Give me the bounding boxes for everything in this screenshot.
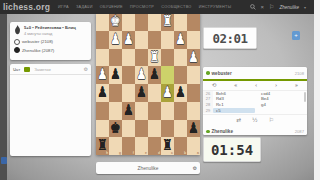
move-black[interactable]: Be4 xyxy=(258,96,303,101)
username-menu[interactable]: Zhenulike xyxy=(279,5,299,10)
square-e5[interactable]: ♟ xyxy=(135,84,148,102)
move-row: 29c5 xyxy=(203,107,307,113)
white-player-row[interactable]: webuster (2108) xyxy=(14,39,91,45)
square-c1[interactable]: ♜ xyxy=(161,13,174,31)
square-d4[interactable]: ♟ xyxy=(148,66,161,84)
lichess-logo[interactable]: lichess.org xyxy=(3,2,50,12)
tab-notes[interactable]: Заметки xyxy=(34,67,50,72)
move-row: 28Rc1g4 xyxy=(203,102,307,108)
square-c6[interactable] xyxy=(161,102,174,120)
player-name: Zhenulike xyxy=(212,129,233,134)
coord-file-a: a xyxy=(197,151,199,155)
blitz-flame-icon xyxy=(14,25,21,35)
search-icon[interactable] xyxy=(250,4,256,10)
prev-move-icon[interactable]: ‹ xyxy=(255,81,257,90)
blue-app-icon[interactable] xyxy=(1,157,7,164)
player-clock: 01:54 xyxy=(203,137,261,162)
square-a3[interactable]: ♟ xyxy=(187,49,200,67)
coord-file-f: f xyxy=(133,151,134,155)
online-dot-icon xyxy=(206,130,210,134)
chess-board[interactable]: ♚♜♟♟♟♜♟♟♟♟♟♟♟♟♟♟♚♟♜hgfed♜cba xyxy=(96,13,200,155)
square-g8[interactable]: g xyxy=(109,137,122,155)
square-f3[interactable] xyxy=(122,49,135,67)
square-d6[interactable] xyxy=(148,102,161,120)
left-rail xyxy=(0,14,7,180)
board-menu-icon[interactable]: ⚙ xyxy=(193,165,197,171)
last-move-icon[interactable]: » xyxy=(295,81,298,90)
move-white[interactable]: c5 xyxy=(213,108,255,113)
square-b6[interactable] xyxy=(174,102,187,120)
nav-item-инструменты[interactable]: ИНСТРУМЕНТЫ xyxy=(199,5,232,9)
board-player-name: Zhenulike xyxy=(138,166,159,171)
move-black[interactable]: g4 xyxy=(258,102,303,107)
lichess-page: lichess.org ИГРАЗАДАЧИОБУЧЕНИЕПРОСМОТРСО… xyxy=(0,0,320,180)
white-color-icon xyxy=(14,39,20,45)
takeback-icon[interactable]: ⇄ xyxy=(236,117,241,123)
square-e6[interactable] xyxy=(135,102,148,120)
move-black[interactable]: cxd4 xyxy=(258,91,303,96)
chat-toggle[interactable] xyxy=(24,67,30,72)
game-panel: webuster 2108 ⟲«‹›» 26Bxh6cxd427Rd3Be428… xyxy=(203,67,307,135)
square-e8[interactable]: e xyxy=(135,137,148,155)
move-white[interactable]: Bxh6 xyxy=(213,91,258,96)
square-e1[interactable] xyxy=(135,13,148,31)
gear-icon[interactable]: ⚙ xyxy=(84,66,88,72)
opponent-name: webuster xyxy=(212,71,232,76)
square-g4[interactable]: ♟ xyxy=(109,66,122,84)
main-nav: ИГРАЗАДАЧИОБУЧЕНИЕПРОСМОТРСООБЩЕСТВОИНСТ… xyxy=(58,5,231,9)
square-a1[interactable] xyxy=(187,13,200,31)
next-move-icon[interactable]: › xyxy=(275,81,277,90)
page-right-strip xyxy=(314,0,320,180)
coord-file-e: e xyxy=(145,151,147,155)
tab-chat[interactable]: Чат xyxy=(13,67,20,72)
board-player-bar: Zhenulike ⚙ xyxy=(96,162,200,174)
flag-icon[interactable]: ⚐ xyxy=(269,0,274,14)
square-h1[interactable] xyxy=(96,13,109,31)
give-more-time-icon[interactable]: + xyxy=(292,31,300,40)
square-f2[interactable]: ♟ xyxy=(122,31,135,49)
square-a4[interactable] xyxy=(187,66,200,84)
nav-item-сообщество[interactable]: СООБЩЕСТВО xyxy=(161,5,191,9)
square-c8[interactable]: ♜c xyxy=(161,137,174,155)
move-white[interactable]: Rc1 xyxy=(213,102,258,107)
nav-item-просмотр[interactable]: ПРОСМОТР xyxy=(130,5,154,9)
coord-file-h: h xyxy=(106,151,108,155)
square-e2[interactable] xyxy=(135,31,148,49)
chat-card: Чат Заметки ⚙ xyxy=(10,64,91,156)
square-h5[interactable]: ♟ xyxy=(96,84,109,102)
square-h2[interactable] xyxy=(96,31,109,49)
square-b8[interactable]: b xyxy=(174,137,187,155)
square-b2[interactable]: ♟ xyxy=(174,31,187,49)
opponent-rating: 2108 xyxy=(295,71,304,76)
opponent-clock: 02:01 xyxy=(203,27,257,49)
challenge-icon[interactable]: × xyxy=(261,0,265,14)
nav-item-обучение[interactable]: ОБУЧЕНИЕ xyxy=(100,5,123,9)
player-bar[interactable]: Zhenulike 2087 xyxy=(203,126,307,136)
square-d1[interactable] xyxy=(148,13,161,31)
nav-item-задачи[interactable]: ЗАДАЧИ xyxy=(76,5,93,9)
square-e7[interactable] xyxy=(135,120,148,138)
square-f7[interactable] xyxy=(122,120,135,138)
square-f4[interactable] xyxy=(122,66,135,84)
move-row: 26Bxh6cxd4 xyxy=(203,91,307,97)
square-g2[interactable]: ♟ xyxy=(109,31,122,49)
square-d8[interactable]: d xyxy=(148,137,161,155)
square-f6[interactable]: ♟ xyxy=(122,102,135,120)
black-player-label: Zhenulike (2087) xyxy=(22,48,54,53)
game-time-ago: 4 минуты назад xyxy=(24,31,76,36)
coord-file-d: d xyxy=(158,151,160,155)
black-color-icon xyxy=(14,47,20,53)
square-a5[interactable] xyxy=(187,84,200,102)
online-dot-icon xyxy=(206,71,210,75)
player-rating: 2087 xyxy=(295,129,304,134)
move-list-scrollbar[interactable] xyxy=(304,92,307,102)
square-a8[interactable]: a xyxy=(187,137,200,155)
square-b7[interactable] xyxy=(174,120,187,138)
square-h8[interactable]: ♜h xyxy=(96,137,109,155)
black-player-row[interactable]: Zhenulike (2087) xyxy=(14,47,91,53)
flip-board-icon[interactable]: ⟲ xyxy=(212,81,217,90)
move-row: 27Rd3Be4 xyxy=(203,96,307,102)
game-info-card: 5+0 • Рейтинговая • Блиц 4 минуты назад … xyxy=(10,22,91,60)
nav-item-игра[interactable]: ИГРА xyxy=(58,5,69,9)
coord-file-g: g xyxy=(119,151,121,155)
move-number: 29 xyxy=(203,107,213,113)
square-h6[interactable] xyxy=(96,102,109,120)
top-header: lichess.org ИГРАЗАДАЧИОБУЧЕНИЕПРОСМОТРСО… xyxy=(0,0,314,14)
square-g7[interactable]: ♚ xyxy=(109,120,122,138)
square-c2[interactable] xyxy=(161,31,174,49)
move-list[interactable]: 26Bxh6cxd427Rd3Be428Rc1g429c5 xyxy=(203,91,307,114)
square-f8[interactable]: f xyxy=(122,137,135,155)
first-move-icon[interactable]: « xyxy=(234,81,237,90)
square-c5[interactable]: ♟ xyxy=(161,84,174,102)
opponent-bar[interactable]: webuster 2108 xyxy=(203,67,307,79)
square-c3[interactable] xyxy=(161,49,174,67)
square-b5[interactable]: ♟ xyxy=(174,84,187,102)
game-meta: 5+0 • Рейтинговая • Блиц xyxy=(24,25,76,30)
chevron-down-icon: ▾ xyxy=(304,5,306,10)
square-b3[interactable] xyxy=(174,49,187,67)
square-d5[interactable] xyxy=(148,84,161,102)
coord-file-b: b xyxy=(184,151,186,155)
square-d7[interactable] xyxy=(148,120,161,138)
coord-file-c: c xyxy=(171,151,173,155)
square-a7[interactable]: ♟ xyxy=(187,120,200,138)
move-toolbar: ⟲«‹›» xyxy=(203,81,307,91)
draw-offer-icon[interactable]: ½ xyxy=(252,117,258,123)
square-g5[interactable] xyxy=(109,84,122,102)
resign-flag-icon[interactable]: ⚐ xyxy=(269,117,274,123)
game-actions: ⇄½⚐ xyxy=(203,114,307,126)
move-white[interactable]: Rd3 xyxy=(213,96,258,101)
white-player-label: webuster (2108) xyxy=(22,39,53,44)
